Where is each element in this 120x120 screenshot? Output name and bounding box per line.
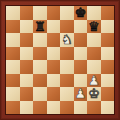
square-b6[interactable] [20,33,34,47]
square-f8[interactable]: ♚ [74,6,88,20]
square-f1[interactable] [74,101,88,115]
square-f5[interactable] [74,47,88,61]
black-king-icon: ♚ [74,6,86,19]
square-e6[interactable]: ♞ [60,33,74,47]
square-a1[interactable] [6,101,20,115]
square-e5[interactable] [60,47,74,61]
square-d5[interactable] [47,47,61,61]
square-a7[interactable] [6,20,20,34]
square-c8[interactable] [33,6,47,20]
square-c4[interactable] [33,60,47,74]
square-c6[interactable] [33,33,47,47]
square-h3[interactable] [101,74,115,88]
square-c5[interactable] [33,47,47,61]
square-h7[interactable] [101,20,115,34]
chess-diagram: ♚♜♛♞♟♟♚ [0,0,120,120]
square-a4[interactable] [6,60,20,74]
square-b8[interactable] [20,6,34,20]
square-e1[interactable] [60,101,74,115]
square-e7[interactable] [60,20,74,34]
square-c7[interactable]: ♜ [33,20,47,34]
square-g6[interactable] [87,33,101,47]
square-d3[interactable] [47,74,61,88]
square-f4[interactable] [74,60,88,74]
square-h4[interactable] [101,60,115,74]
square-e8[interactable] [60,6,74,20]
square-e4[interactable] [60,60,74,74]
square-b4[interactable] [20,60,34,74]
square-a8[interactable] [6,6,20,20]
square-g8[interactable] [87,6,101,20]
square-f7[interactable] [74,20,88,34]
white-pawn-icon: ♟ [74,87,86,100]
square-b2[interactable] [20,87,34,101]
square-b3[interactable] [20,74,34,88]
square-h6[interactable] [101,33,115,47]
square-e3[interactable] [60,74,74,88]
square-b1[interactable] [20,101,34,115]
square-c1[interactable] [33,101,47,115]
square-h2[interactable] [101,87,115,101]
square-g5[interactable] [87,47,101,61]
square-h8[interactable] [101,6,115,20]
square-g1[interactable] [87,101,101,115]
square-e2[interactable] [60,87,74,101]
square-c3[interactable] [33,74,47,88]
square-a6[interactable] [6,33,20,47]
square-a2[interactable] [6,87,20,101]
square-f2[interactable]: ♟ [74,87,88,101]
square-f3[interactable] [74,74,88,88]
square-d2[interactable] [47,87,61,101]
square-g4[interactable] [87,60,101,74]
white-knight-icon: ♞ [61,33,73,46]
square-d1[interactable] [47,101,61,115]
square-g2[interactable]: ♚ [87,87,101,101]
black-queen-icon: ♛ [88,20,100,33]
square-d8[interactable] [47,6,61,20]
square-d7[interactable] [47,20,61,34]
square-a3[interactable] [6,74,20,88]
black-rook-icon: ♜ [34,20,46,33]
square-b5[interactable] [20,47,34,61]
square-h1[interactable] [101,101,115,115]
chess-board: ♚♜♛♞♟♟♚ [6,6,114,114]
square-g3[interactable]: ♟ [87,74,101,88]
square-d6[interactable] [47,33,61,47]
square-g7[interactable]: ♛ [87,20,101,34]
square-h5[interactable] [101,47,115,61]
square-a5[interactable] [6,47,20,61]
white-king-icon: ♚ [88,87,100,100]
square-b7[interactable] [20,20,34,34]
square-c2[interactable] [33,87,47,101]
white-pawn-icon: ♟ [88,74,100,87]
square-d4[interactable] [47,60,61,74]
square-f6[interactable] [74,33,88,47]
